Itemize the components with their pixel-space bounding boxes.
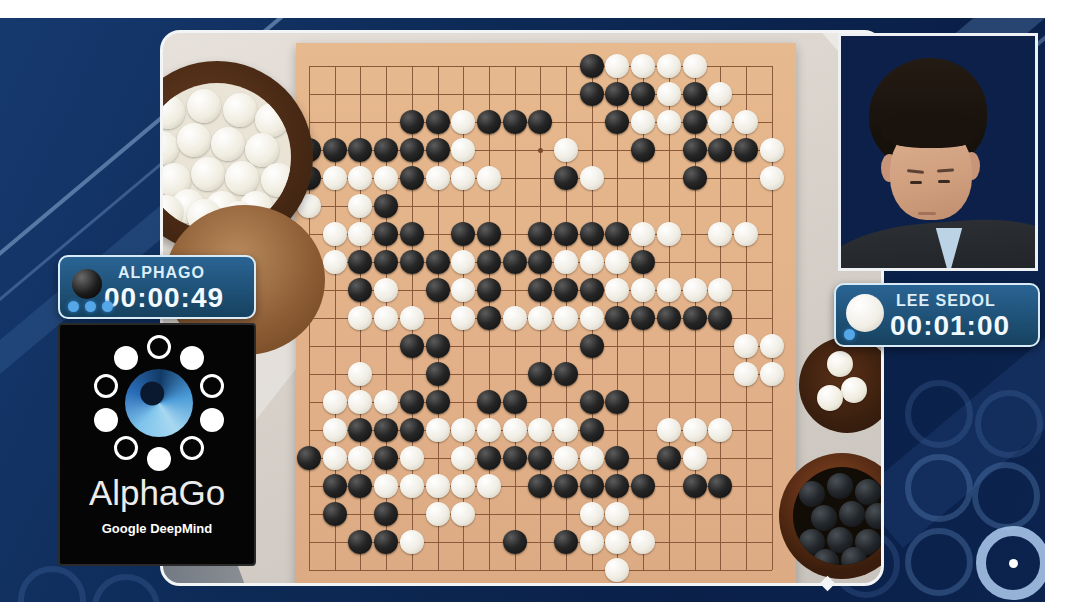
white-stone <box>451 306 475 330</box>
black-stone <box>374 418 398 442</box>
black-stone <box>528 222 552 246</box>
table-video-area <box>160 30 884 586</box>
black-stone <box>827 473 853 499</box>
black-stone <box>426 138 450 162</box>
black-stone <box>554 278 578 302</box>
black-stone <box>426 334 450 358</box>
decor-ring <box>972 462 1040 530</box>
white-stone <box>760 334 784 358</box>
black-stone <box>323 502 347 526</box>
black-stone-icon <box>72 269 102 299</box>
black-stone <box>477 250 501 274</box>
white-stone <box>211 127 245 161</box>
white-stone <box>631 110 655 134</box>
bowl-lid-white-stones <box>799 337 884 433</box>
logo-ring-circle <box>147 447 171 471</box>
decor-ring <box>905 528 973 596</box>
black-stone <box>400 390 424 414</box>
black-stone <box>580 474 604 498</box>
clock-lee-sedol: LEE SEDOL 00:01:00 <box>834 283 1040 347</box>
black-stone <box>426 390 450 414</box>
black-stone <box>580 222 604 246</box>
black-stone <box>605 390 629 414</box>
white-stone <box>374 390 398 414</box>
black-stone <box>811 505 837 531</box>
white-stone <box>323 390 347 414</box>
black-stone <box>580 278 604 302</box>
black-stone <box>297 446 321 470</box>
logo-subtitle: Google DeepMind <box>60 521 254 536</box>
white-stone <box>580 250 604 274</box>
white-stone <box>348 222 372 246</box>
white-stone <box>605 502 629 526</box>
white-stone <box>191 157 225 191</box>
white-stone <box>580 166 604 190</box>
clock-alphago: ALPHAGO 00:00:49 <box>58 255 256 319</box>
white-stone <box>554 418 578 442</box>
broadcast-stage: ALPHAGO 00:00:49 LEE SEDOL 00:01:00 Alph… <box>0 18 1045 602</box>
logo-ring-circle <box>147 335 171 359</box>
black-stone <box>528 278 552 302</box>
white-stone <box>657 278 681 302</box>
white-stone <box>160 95 185 129</box>
black-stone <box>683 306 707 330</box>
white-stone <box>400 306 424 330</box>
white-stone <box>708 82 732 106</box>
black-stone <box>477 278 501 302</box>
black-stone <box>400 418 424 442</box>
white-stone <box>477 474 501 498</box>
black-stone <box>374 250 398 274</box>
person-eye <box>938 180 950 183</box>
go-board <box>296 43 796 586</box>
white-stone <box>451 278 475 302</box>
white-stone <box>323 418 347 442</box>
black-stone <box>657 306 681 330</box>
white-stone <box>605 558 629 582</box>
white-stone <box>631 54 655 78</box>
white-stone <box>841 377 867 403</box>
logo-ring-circle <box>114 346 138 370</box>
logo-ring-circle <box>94 408 118 432</box>
black-stone <box>528 446 552 470</box>
white-stone <box>554 138 578 162</box>
white-stone <box>734 334 758 358</box>
black-stone <box>348 250 372 274</box>
white-stone <box>708 418 732 442</box>
black-stone <box>580 334 604 358</box>
black-stone <box>477 110 501 134</box>
black-stone <box>374 502 398 526</box>
black-stone <box>451 222 475 246</box>
decor-ring <box>905 380 973 448</box>
white-stone <box>657 82 681 106</box>
black-stone <box>400 250 424 274</box>
decor-dot <box>1009 559 1018 568</box>
black-stone <box>374 194 398 218</box>
decor-ring <box>975 390 1043 458</box>
white-stone <box>683 278 707 302</box>
person-eye <box>910 181 922 184</box>
black-stone <box>477 306 501 330</box>
black-stone <box>631 82 655 106</box>
white-stone <box>817 385 843 411</box>
black-stone <box>631 306 655 330</box>
white-stone <box>323 446 347 470</box>
black-stone <box>605 446 629 470</box>
broadcast-frame: ALPHAGO 00:00:49 LEE SEDOL 00:01:00 Alph… <box>0 0 1082 614</box>
player-video-lee-sedol <box>838 33 1038 271</box>
white-stone <box>605 530 629 554</box>
grid-line <box>309 346 772 347</box>
black-stone <box>503 390 527 414</box>
black-stone <box>631 138 655 162</box>
player-name: ALPHAGO <box>118 264 205 282</box>
black-stone <box>554 474 578 498</box>
white-stone <box>348 194 372 218</box>
white-stone <box>400 530 424 554</box>
black-stone <box>528 474 552 498</box>
black-stone <box>528 110 552 134</box>
black-stone <box>477 222 501 246</box>
black-stone <box>708 138 732 162</box>
white-stone <box>348 166 372 190</box>
white-stone <box>657 110 681 134</box>
black-stone <box>657 446 681 470</box>
black-stone <box>554 166 578 190</box>
black-stone <box>348 474 372 498</box>
white-stone <box>451 418 475 442</box>
black-stone <box>400 334 424 358</box>
white-stone <box>657 222 681 246</box>
black-stone <box>708 306 732 330</box>
white-stone <box>554 250 578 274</box>
white-stone <box>451 502 475 526</box>
black-stone <box>374 530 398 554</box>
black-stone <box>683 166 707 190</box>
black-stone <box>605 82 629 106</box>
decor-ring <box>92 574 160 602</box>
white-stone <box>348 446 372 470</box>
white-stone <box>528 306 552 330</box>
white-stone <box>451 250 475 274</box>
logo-ring-circle <box>180 346 204 370</box>
black-stone <box>605 110 629 134</box>
white-stone <box>374 166 398 190</box>
black-stone <box>348 138 372 162</box>
white-stone <box>245 133 279 167</box>
logo-ring-circle <box>114 436 138 460</box>
white-stone <box>348 306 372 330</box>
clock-time: 00:01:00 <box>890 310 1010 342</box>
logo-ring-circle <box>180 436 204 460</box>
alphago-swirl-icon <box>125 369 193 437</box>
white-stone <box>683 54 707 78</box>
white-stone <box>177 123 211 157</box>
black-stone <box>605 474 629 498</box>
black-stone <box>580 54 604 78</box>
white-stone <box>323 250 347 274</box>
black-stone <box>323 138 347 162</box>
black-stone <box>374 446 398 470</box>
white-stone <box>477 166 501 190</box>
white-stone <box>451 138 475 162</box>
white-stone <box>323 222 347 246</box>
black-stone <box>580 390 604 414</box>
black-stone <box>503 530 527 554</box>
white-stone <box>374 306 398 330</box>
decor-ring <box>905 454 973 522</box>
white-stone <box>451 110 475 134</box>
black-stone <box>400 222 424 246</box>
black-stone <box>554 530 578 554</box>
black-stone <box>503 110 527 134</box>
black-stone <box>855 479 881 505</box>
white-stone <box>451 166 475 190</box>
byoyomi-dots <box>844 329 855 340</box>
black-stone <box>580 418 604 442</box>
white-stone <box>223 93 257 127</box>
white-stone <box>683 418 707 442</box>
black-stone <box>374 222 398 246</box>
black-stone <box>605 222 629 246</box>
white-stone <box>554 446 578 470</box>
white-stone <box>426 166 450 190</box>
white-stone <box>255 103 289 137</box>
byoyomi-dots <box>68 301 113 312</box>
black-stone <box>554 362 578 386</box>
white-stone <box>528 418 552 442</box>
black-stone <box>528 250 552 274</box>
white-stone <box>605 278 629 302</box>
black-stone <box>348 278 372 302</box>
white-stone <box>683 446 707 470</box>
star-point <box>538 148 543 153</box>
white-stone <box>426 502 450 526</box>
black-stone <box>865 503 884 529</box>
black-stone <box>477 446 501 470</box>
decor-ring <box>18 566 86 602</box>
white-stone <box>503 418 527 442</box>
person-mouth <box>918 212 936 215</box>
black-stone <box>605 306 629 330</box>
black-stone <box>683 110 707 134</box>
white-stone <box>477 418 501 442</box>
logo-title: AlphaGo <box>60 473 254 513</box>
white-stone <box>580 306 604 330</box>
black-stone <box>580 82 604 106</box>
black-stone <box>400 166 424 190</box>
black-stones-pile <box>793 467 884 565</box>
white-stone <box>261 163 291 197</box>
black-stone <box>374 138 398 162</box>
black-stone <box>503 250 527 274</box>
white-stone <box>374 474 398 498</box>
decor-ring-highlight <box>976 526 1045 600</box>
white-stone <box>503 306 527 330</box>
black-stone <box>426 362 450 386</box>
white-stone <box>580 446 604 470</box>
black-stone <box>708 474 732 498</box>
black-stone <box>400 138 424 162</box>
byoyomi-dot <box>68 301 79 312</box>
person-hair-fringe <box>881 110 981 148</box>
white-stone <box>225 161 259 195</box>
white-stone <box>426 474 450 498</box>
white-stone <box>451 474 475 498</box>
black-stone <box>426 250 450 274</box>
white-stone <box>348 390 372 414</box>
white-stone <box>160 131 179 165</box>
alphago-logo-orb <box>89 333 229 473</box>
grid-line <box>309 570 772 571</box>
logo-ring-circle <box>94 374 118 398</box>
black-stone <box>683 138 707 162</box>
white-stone <box>631 530 655 554</box>
logo-ring-circle <box>200 408 224 432</box>
black-stone <box>323 474 347 498</box>
alphago-logo: AlphaGo Google DeepMind <box>58 323 256 566</box>
black-stone <box>683 82 707 106</box>
clock-time: 00:00:49 <box>104 282 224 314</box>
black-stone <box>631 474 655 498</box>
white-stone-icon <box>846 294 884 332</box>
white-stone <box>708 110 732 134</box>
black-stone <box>348 418 372 442</box>
black-stone <box>426 110 450 134</box>
white-stone <box>400 446 424 470</box>
white-stone <box>734 362 758 386</box>
white-stone <box>554 306 578 330</box>
player-name: LEE SEDOL <box>896 292 996 310</box>
white-stone <box>605 54 629 78</box>
white-stone <box>708 278 732 302</box>
person-suit <box>838 214 1038 271</box>
black-stone <box>477 390 501 414</box>
white-stone <box>374 278 398 302</box>
black-stone <box>683 474 707 498</box>
white-stone <box>580 502 604 526</box>
white-stone <box>760 166 784 190</box>
black-stone <box>554 222 578 246</box>
white-stone <box>657 54 681 78</box>
white-stone <box>734 222 758 246</box>
black-stone <box>348 530 372 554</box>
white-stone <box>605 250 629 274</box>
black-stone <box>400 110 424 134</box>
black-stone <box>839 501 865 527</box>
black-stone <box>426 278 450 302</box>
white-stone <box>323 166 347 190</box>
logo-ring-circle <box>200 374 224 398</box>
white-stone <box>187 89 221 123</box>
black-stone <box>631 250 655 274</box>
black-stone <box>734 138 758 162</box>
byoyomi-dot <box>102 301 113 312</box>
white-stone <box>631 278 655 302</box>
byoyomi-dot <box>85 301 96 312</box>
white-stone <box>426 418 450 442</box>
white-stone <box>827 351 853 377</box>
black-stone <box>528 362 552 386</box>
white-stone <box>734 110 758 134</box>
white-stone <box>657 418 681 442</box>
white-stone <box>631 222 655 246</box>
white-stone <box>348 362 372 386</box>
white-stone <box>400 474 424 498</box>
white-stone <box>451 446 475 470</box>
white-stone <box>580 530 604 554</box>
black-stone <box>799 481 825 507</box>
byoyomi-dot <box>844 329 855 340</box>
white-stone <box>708 222 732 246</box>
white-stone <box>760 138 784 162</box>
black-stone <box>503 446 527 470</box>
white-stone <box>760 362 784 386</box>
